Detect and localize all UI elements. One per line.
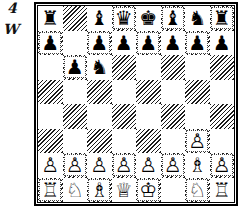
- square-a4[interactable]: [38, 104, 63, 129]
- square-e1[interactable]: ♔: [136, 178, 161, 203]
- square-f2[interactable]: ♙: [161, 153, 186, 178]
- square-d8[interactable]: ♛: [112, 6, 137, 31]
- piece-white-rook: ♖: [39, 179, 61, 201]
- square-g3[interactable]: ♙: [185, 129, 210, 154]
- chess-board-grid: ♜♝♛♚♝♞♜♟♟♟♟♟♟♟♟♞♙♙♙♙♙♙♙♗♙♖♘♗♕♔♘♖: [37, 5, 235, 203]
- square-b5[interactable]: [63, 80, 88, 105]
- square-e2[interactable]: ♙: [136, 153, 161, 178]
- square-d5[interactable]: [112, 80, 137, 105]
- square-h5[interactable]: [210, 80, 235, 105]
- square-f1[interactable]: [161, 178, 186, 203]
- square-a6[interactable]: [38, 55, 63, 80]
- chess-board: ♜♝♛♚♝♞♜♟♟♟♟♟♟♟♟♞♙♙♙♙♙♙♙♗♙♖♘♗♕♔♘♖: [34, 2, 238, 206]
- piece-black-pawn: ♟: [162, 32, 183, 54]
- square-c7[interactable]: ♟: [87, 31, 112, 56]
- square-e4[interactable]: [136, 104, 161, 129]
- side-to-move-label: W: [3, 21, 19, 37]
- piece-black-bishop: ♝: [89, 7, 110, 29]
- square-g4[interactable]: [185, 104, 210, 129]
- piece-white-rook: ♖: [211, 179, 232, 201]
- square-d4[interactable]: [112, 104, 137, 129]
- piece-white-pawn: ♙: [64, 154, 86, 176]
- square-h8[interactable]: ♜: [210, 6, 235, 31]
- piece-white-king: ♔: [137, 179, 159, 201]
- piece-white-bishop: ♗: [187, 154, 208, 176]
- piece-black-pawn: ♟: [137, 32, 159, 54]
- square-h2[interactable]: ♙: [210, 153, 235, 178]
- square-h3[interactable]: [210, 129, 235, 154]
- piece-white-pawn: ♙: [138, 154, 159, 176]
- piece-black-pawn: ♟: [186, 32, 208, 54]
- square-h7[interactable]: ♟: [210, 31, 235, 56]
- square-a1[interactable]: ♖: [38, 178, 63, 203]
- piece-black-pawn: ♟: [39, 32, 61, 54]
- square-h4[interactable]: [210, 104, 235, 129]
- square-c1[interactable]: ♗: [87, 178, 112, 203]
- square-f8[interactable]: ♝: [161, 6, 186, 31]
- piece-black-knight: ♞: [89, 56, 110, 78]
- square-e3[interactable]: [136, 129, 161, 154]
- square-c6[interactable]: ♞: [87, 55, 112, 80]
- piece-white-pawn: ♙: [162, 154, 184, 176]
- piece-black-pawn: ♟: [64, 56, 86, 78]
- square-g2[interactable]: ♗: [185, 153, 210, 178]
- square-a7[interactable]: ♟: [38, 31, 63, 56]
- square-f5[interactable]: [161, 80, 186, 105]
- diagram-number: 4: [7, 0, 17, 16]
- square-c8[interactable]: ♝: [87, 6, 112, 31]
- piece-black-rook: ♜: [40, 7, 61, 29]
- piece-white-queen: ♕: [113, 179, 134, 201]
- piece-white-pawn: ♙: [89, 154, 110, 176]
- piece-black-rook: ♜: [211, 7, 233, 29]
- piece-black-king: ♚: [138, 7, 159, 29]
- square-h6[interactable]: [210, 55, 235, 80]
- square-b2[interactable]: ♙: [63, 153, 88, 178]
- square-c5[interactable]: [87, 80, 112, 105]
- page: { "game": "chess", "diagram": { "number"…: [0, 0, 241, 209]
- piece-white-pawn: ♙: [113, 154, 135, 176]
- square-f4[interactable]: [161, 104, 186, 129]
- square-e6[interactable]: [136, 55, 161, 80]
- square-e7[interactable]: ♟: [136, 31, 161, 56]
- square-a3[interactable]: [38, 129, 63, 154]
- square-d3[interactable]: [112, 129, 137, 154]
- piece-black-pawn: ♟: [211, 32, 232, 54]
- square-h1[interactable]: ♖: [210, 178, 235, 203]
- square-b6[interactable]: ♟: [63, 55, 88, 80]
- piece-white-knight: ♘: [186, 179, 208, 201]
- piece-black-pawn: ♟: [88, 32, 110, 54]
- square-a8[interactable]: ♜: [38, 6, 63, 31]
- square-g1[interactable]: ♘: [185, 178, 210, 203]
- square-b4[interactable]: [63, 104, 88, 129]
- square-g8[interactable]: ♞: [185, 6, 210, 31]
- square-d6[interactable]: [112, 55, 137, 80]
- square-e5[interactable]: [136, 80, 161, 105]
- square-f7[interactable]: ♟: [161, 31, 186, 56]
- square-a5[interactable]: [38, 80, 63, 105]
- square-d7[interactable]: ♟: [112, 31, 137, 56]
- square-g6[interactable]: [185, 55, 210, 80]
- piece-white-bishop: ♗: [88, 179, 110, 201]
- square-b8[interactable]: [63, 6, 88, 31]
- square-b7[interactable]: [63, 31, 88, 56]
- square-c4[interactable]: [87, 104, 112, 129]
- piece-white-knight: ♘: [64, 179, 85, 201]
- square-c2[interactable]: ♙: [87, 153, 112, 178]
- square-f3[interactable]: [161, 129, 186, 154]
- piece-black-knight: ♞: [187, 7, 208, 29]
- piece-white-pawn: ♙: [211, 154, 233, 176]
- piece-white-pawn: ♙: [40, 154, 61, 176]
- piece-white-pawn: ♙: [186, 130, 208, 152]
- square-d1[interactable]: ♕: [112, 178, 137, 203]
- square-b3[interactable]: [63, 129, 88, 154]
- square-d2[interactable]: ♙: [112, 153, 137, 178]
- square-c3[interactable]: [87, 129, 112, 154]
- piece-black-pawn: ♟: [113, 32, 134, 54]
- piece-black-queen: ♛: [113, 7, 135, 29]
- square-f6[interactable]: [161, 55, 186, 80]
- square-g5[interactable]: [185, 80, 210, 105]
- square-b1[interactable]: ♘: [63, 178, 88, 203]
- square-g7[interactable]: ♟: [185, 31, 210, 56]
- square-e8[interactable]: ♚: [136, 6, 161, 31]
- square-a2[interactable]: ♙: [38, 153, 63, 178]
- piece-black-bishop: ♝: [162, 7, 184, 29]
